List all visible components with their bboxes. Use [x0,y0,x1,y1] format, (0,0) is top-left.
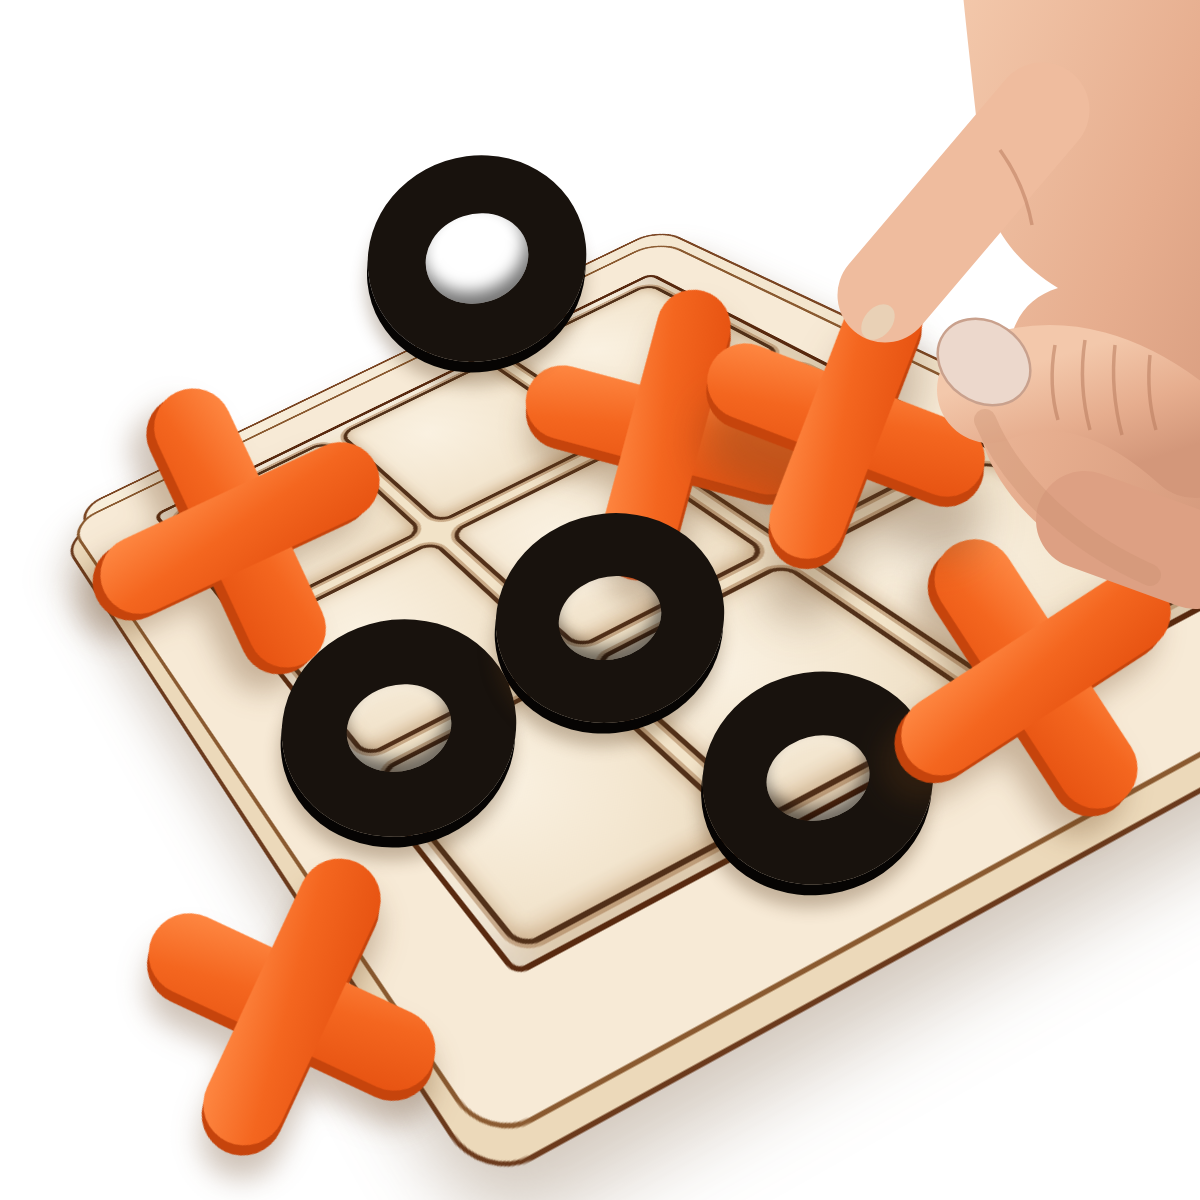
piece-glyph: ◯ [336,701,337,702]
piece-glyph: ◯ [549,593,550,594]
piece-glyph: ✕ [653,346,654,347]
piece-glyph: ◯ [757,750,758,751]
scene: ✕✕◯◯◯✕◯✕✕ [0,0,1200,1200]
piece-glyph: ✕ [95,910,96,911]
piece-glyph: ✕ [469,377,470,378]
x-piece-bar [886,557,1186,791]
piece-glyph: ◯ [414,231,415,232]
piece-glyph: ✕ [150,336,151,337]
knuckle-creases [1000,150,1156,435]
